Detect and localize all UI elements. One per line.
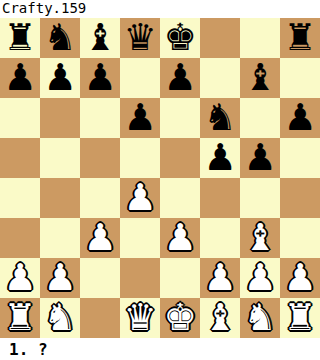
square-e8[interactable]: ♚ <box>160 18 200 58</box>
square-d5[interactable] <box>120 138 160 178</box>
black-pawn-a7[interactable]: ♟ <box>3 58 36 98</box>
square-g5[interactable]: ♟ <box>240 138 280 178</box>
square-e5[interactable] <box>160 138 200 178</box>
square-b3[interactable] <box>40 218 80 258</box>
square-d4[interactable]: ♟ <box>120 178 160 218</box>
square-c2[interactable] <box>80 258 120 298</box>
square-d2[interactable] <box>120 258 160 298</box>
square-h6[interactable]: ♟ <box>280 98 320 138</box>
square-a7[interactable]: ♟ <box>0 58 40 98</box>
black-knight-b8[interactable]: ♞ <box>43 18 76 58</box>
white-knight-b1[interactable]: ♞ <box>43 298 76 338</box>
square-g8[interactable] <box>240 18 280 58</box>
square-a1[interactable]: ♜ <box>0 298 40 338</box>
square-a2[interactable]: ♟ <box>0 258 40 298</box>
black-pawn-e7[interactable]: ♟ <box>163 58 196 98</box>
square-b5[interactable] <box>40 138 80 178</box>
black-pawn-f5[interactable]: ♟ <box>203 138 236 178</box>
square-e1[interactable]: ♚ <box>160 298 200 338</box>
black-queen-d8[interactable]: ♛ <box>123 18 156 58</box>
square-d8[interactable]: ♛ <box>120 18 160 58</box>
white-pawn-b2[interactable]: ♟ <box>43 258 76 298</box>
square-b6[interactable] <box>40 98 80 138</box>
square-a3[interactable] <box>0 218 40 258</box>
square-c4[interactable] <box>80 178 120 218</box>
black-pawn-g5[interactable]: ♟ <box>243 138 276 178</box>
white-bishop-g3[interactable]: ♝ <box>243 218 276 258</box>
square-g7[interactable]: ♝ <box>240 58 280 98</box>
white-rook-h1[interactable]: ♜ <box>283 298 316 338</box>
square-f5[interactable]: ♟ <box>200 138 240 178</box>
square-d7[interactable] <box>120 58 160 98</box>
square-a6[interactable] <box>0 98 40 138</box>
square-a5[interactable] <box>0 138 40 178</box>
square-h7[interactable] <box>280 58 320 98</box>
square-h1[interactable]: ♜ <box>280 298 320 338</box>
square-c6[interactable] <box>80 98 120 138</box>
square-g2[interactable]: ♟ <box>240 258 280 298</box>
white-pawn-h2[interactable]: ♟ <box>283 258 316 298</box>
square-g4[interactable] <box>240 178 280 218</box>
black-knight-f6[interactable]: ♞ <box>203 98 236 138</box>
white-pawn-c3[interactable]: ♟ <box>83 218 116 258</box>
white-pawn-a2[interactable]: ♟ <box>3 258 36 298</box>
square-a8[interactable]: ♜ <box>0 18 40 58</box>
white-king-e1[interactable]: ♚ <box>163 298 196 338</box>
square-b7[interactable]: ♟ <box>40 58 80 98</box>
square-f7[interactable] <box>200 58 240 98</box>
black-bishop-g7[interactable]: ♝ <box>243 58 276 98</box>
square-c7[interactable]: ♟ <box>80 58 120 98</box>
black-pawn-c7[interactable]: ♟ <box>83 58 116 98</box>
square-b8[interactable]: ♞ <box>40 18 80 58</box>
square-f8[interactable] <box>200 18 240 58</box>
square-f3[interactable] <box>200 218 240 258</box>
square-e2[interactable] <box>160 258 200 298</box>
square-e6[interactable] <box>160 98 200 138</box>
square-b4[interactable] <box>40 178 80 218</box>
square-f1[interactable]: ♝ <box>200 298 240 338</box>
black-bishop-c8[interactable]: ♝ <box>83 18 116 58</box>
square-c8[interactable]: ♝ <box>80 18 120 58</box>
square-b2[interactable]: ♟ <box>40 258 80 298</box>
square-a4[interactable] <box>0 178 40 218</box>
square-g1[interactable]: ♞ <box>240 298 280 338</box>
square-h3[interactable] <box>280 218 320 258</box>
black-pawn-b7[interactable]: ♟ <box>43 58 76 98</box>
square-b1[interactable]: ♞ <box>40 298 80 338</box>
square-h5[interactable] <box>280 138 320 178</box>
move-prompt: 1. ? <box>0 338 320 360</box>
black-pawn-d6[interactable]: ♟ <box>123 98 156 138</box>
black-rook-a8[interactable]: ♜ <box>3 18 36 58</box>
black-rook-h8[interactable]: ♜ <box>283 18 316 58</box>
square-f6[interactable]: ♞ <box>200 98 240 138</box>
white-knight-g1[interactable]: ♞ <box>243 298 276 338</box>
square-f4[interactable] <box>200 178 240 218</box>
square-g3[interactable]: ♝ <box>240 218 280 258</box>
black-pawn-h6[interactable]: ♟ <box>283 98 316 138</box>
black-king-e8[interactable]: ♚ <box>163 18 196 58</box>
white-rook-a1[interactable]: ♜ <box>3 298 36 338</box>
square-h4[interactable] <box>280 178 320 218</box>
square-d1[interactable]: ♛ <box>120 298 160 338</box>
square-d3[interactable] <box>120 218 160 258</box>
window-title: Crafty.159 <box>0 0 320 18</box>
white-pawn-d4[interactable]: ♟ <box>123 178 156 218</box>
square-h2[interactable]: ♟ <box>280 258 320 298</box>
square-c5[interactable] <box>80 138 120 178</box>
white-pawn-f2[interactable]: ♟ <box>203 258 236 298</box>
white-queen-d1[interactable]: ♛ <box>123 298 156 338</box>
white-pawn-g2[interactable]: ♟ <box>243 258 276 298</box>
square-c3[interactable]: ♟ <box>80 218 120 258</box>
white-bishop-f1[interactable]: ♝ <box>203 298 236 338</box>
square-g6[interactable] <box>240 98 280 138</box>
white-pawn-e3[interactable]: ♟ <box>163 218 196 258</box>
square-c1[interactable] <box>80 298 120 338</box>
square-e4[interactable] <box>160 178 200 218</box>
square-h8[interactable]: ♜ <box>280 18 320 58</box>
square-e7[interactable]: ♟ <box>160 58 200 98</box>
crafty-window: Crafty.159 ♜♞♝♛♚♜♟♟♟♟♝♟♞♟♟♟♟♟♟♝♟♟♟♟♟♜♞♛♚… <box>0 0 320 360</box>
square-d6[interactable]: ♟ <box>120 98 160 138</box>
square-f2[interactable]: ♟ <box>200 258 240 298</box>
chess-board[interactable]: ♜♞♝♛♚♜♟♟♟♟♝♟♞♟♟♟♟♟♟♝♟♟♟♟♟♜♞♛♚♝♞♜ <box>0 18 320 338</box>
square-e3[interactable]: ♟ <box>160 218 200 258</box>
